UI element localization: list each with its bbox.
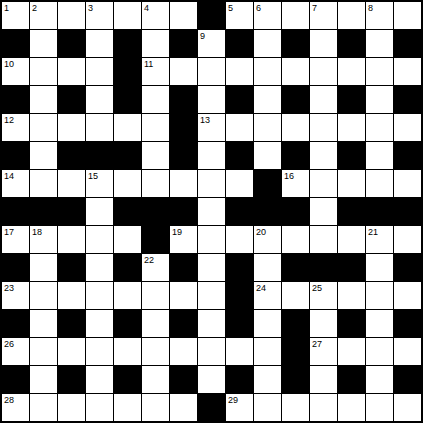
cell-r5c10[interactable] xyxy=(254,114,281,141)
cell-r11c11[interactable] xyxy=(282,282,309,309)
cell-r5c2[interactable] xyxy=(30,114,57,141)
cell-r4c15-black xyxy=(394,86,421,113)
cell-r11c5[interactable] xyxy=(114,282,141,309)
cell-r15c2[interactable] xyxy=(30,394,57,421)
cell-r6c14[interactable] xyxy=(366,142,393,169)
cell-r1c11[interactable] xyxy=(282,2,309,29)
cell-r14c11-black xyxy=(282,366,309,393)
cell-r12c10[interactable] xyxy=(254,310,281,337)
cell-r5c7-black xyxy=(170,114,197,141)
cell-r2c5-black xyxy=(114,30,141,57)
cell-r6c1-black xyxy=(2,142,29,169)
cell-r8c15-black xyxy=(394,198,421,225)
cell-r9c14[interactable]: 21 xyxy=(366,226,393,253)
cell-r14c6[interactable] xyxy=(142,366,169,393)
cell-r13c12[interactable]: 27 xyxy=(310,338,337,365)
cell-r14c5-black xyxy=(114,366,141,393)
clue-number-22: 22 xyxy=(144,254,154,266)
cell-r15c5[interactable] xyxy=(114,394,141,421)
cell-r1c12[interactable]: 7 xyxy=(310,2,337,29)
clue-number-1: 1 xyxy=(4,2,9,14)
cell-r10c9-black xyxy=(226,254,253,281)
cell-r11c3[interactable] xyxy=(58,282,85,309)
cell-r10c7-black xyxy=(170,254,197,281)
clue-number-17: 17 xyxy=(4,226,14,238)
cell-r2c10[interactable] xyxy=(254,30,281,57)
cell-r13c1[interactable]: 26 xyxy=(2,338,29,365)
cell-r9c3[interactable] xyxy=(58,226,85,253)
cell-r5c15[interactable] xyxy=(394,114,421,141)
clue-number-23: 23 xyxy=(4,282,14,294)
clue-number-18: 18 xyxy=(32,226,42,238)
cell-r13c14[interactable] xyxy=(366,338,393,365)
cell-r13c13[interactable] xyxy=(338,338,365,365)
cell-r3c6[interactable]: 11 xyxy=(142,58,169,85)
cell-r2c13-black xyxy=(338,30,365,57)
cell-r2c1-black xyxy=(2,30,29,57)
cell-r8c3-black xyxy=(58,198,85,225)
cell-r9c8[interactable] xyxy=(198,226,225,253)
clue-number-12: 12 xyxy=(4,114,14,126)
cell-r13c8[interactable] xyxy=(198,338,225,365)
cell-r9c7[interactable]: 19 xyxy=(170,226,197,253)
cell-r4c9-black xyxy=(226,86,253,113)
cell-r15c7[interactable] xyxy=(170,394,197,421)
clue-number-9: 9 xyxy=(200,30,205,42)
cell-r12c1-black xyxy=(2,310,29,337)
cell-r4c13-black xyxy=(338,86,365,113)
cell-r9c11[interactable] xyxy=(282,226,309,253)
cell-r12c12[interactable] xyxy=(310,310,337,337)
clue-number-24: 24 xyxy=(256,282,266,294)
cell-r8c2-black xyxy=(30,198,57,225)
cell-r11c14[interactable] xyxy=(366,282,393,309)
clue-number-26: 26 xyxy=(4,338,14,350)
cell-r4c12[interactable] xyxy=(310,86,337,113)
cell-r3c8[interactable] xyxy=(198,58,225,85)
cell-r14c3-black xyxy=(58,366,85,393)
cell-r5c5[interactable] xyxy=(114,114,141,141)
cell-r3c1[interactable]: 10 xyxy=(2,58,29,85)
cell-r5c14[interactable] xyxy=(366,114,393,141)
cell-r15c14[interactable] xyxy=(366,394,393,421)
cell-r4c4[interactable] xyxy=(86,86,113,113)
cell-r4c8[interactable] xyxy=(198,86,225,113)
cell-r14c15-black xyxy=(394,366,421,393)
cell-r4c14[interactable] xyxy=(366,86,393,113)
cell-r1c1[interactable]: 1 xyxy=(2,2,29,29)
cell-r13c15[interactable] xyxy=(394,338,421,365)
clue-number-8: 8 xyxy=(368,2,373,14)
cell-r12c4[interactable] xyxy=(86,310,113,337)
cell-r12c13-black xyxy=(338,310,365,337)
cell-r6c5-black xyxy=(114,142,141,169)
cell-r11c10[interactable]: 24 xyxy=(254,282,281,309)
clue-number-25: 25 xyxy=(312,282,322,294)
cell-r9c9[interactable] xyxy=(226,226,253,253)
cell-r14c2[interactable] xyxy=(30,366,57,393)
clue-number-2: 2 xyxy=(32,2,37,14)
cell-r6c9-black xyxy=(226,142,253,169)
cell-r9c12[interactable] xyxy=(310,226,337,253)
cell-r9c13[interactable] xyxy=(338,226,365,253)
cell-r15c9[interactable]: 29 xyxy=(226,394,253,421)
cell-r5c11[interactable] xyxy=(282,114,309,141)
cell-r8c7-black xyxy=(170,198,197,225)
cell-r10c8[interactable] xyxy=(198,254,225,281)
clue-number-21: 21 xyxy=(368,226,378,238)
cell-r8c8[interactable] xyxy=(198,198,225,225)
cell-r2c3-black xyxy=(58,30,85,57)
cell-r10c11-black xyxy=(282,254,309,281)
cell-r3c15[interactable] xyxy=(394,58,421,85)
cell-r10c6[interactable]: 22 xyxy=(142,254,169,281)
cell-r11c9-black xyxy=(226,282,253,309)
cell-r13c2[interactable] xyxy=(30,338,57,365)
cell-r9c5[interactable] xyxy=(114,226,141,253)
cell-r14c4[interactable] xyxy=(86,366,113,393)
cell-r13c9[interactable] xyxy=(226,338,253,365)
cell-r10c5-black xyxy=(114,254,141,281)
cell-r6c13-black xyxy=(338,142,365,169)
cell-r1c15[interactable] xyxy=(394,2,421,29)
cell-r3c3[interactable] xyxy=(58,58,85,85)
cell-r5c3[interactable] xyxy=(58,114,85,141)
cell-r6c12[interactable] xyxy=(310,142,337,169)
cell-r7c4[interactable]: 15 xyxy=(86,170,113,197)
cell-r3c9[interactable] xyxy=(226,58,253,85)
cell-r5c1[interactable]: 12 xyxy=(2,114,29,141)
cell-r2c6[interactable] xyxy=(142,30,169,57)
cell-r8c10-black xyxy=(254,198,281,225)
cell-r2c4[interactable] xyxy=(86,30,113,57)
cell-r7c7[interactable] xyxy=(170,170,197,197)
cell-r10c2[interactable] xyxy=(30,254,57,281)
cell-r8c4[interactable] xyxy=(86,198,113,225)
cell-r12c11-black xyxy=(282,310,309,337)
cell-r10c14[interactable] xyxy=(366,254,393,281)
cell-r4c7-black xyxy=(170,86,197,113)
cell-r8c14-black xyxy=(366,198,393,225)
cell-r1c10[interactable]: 6 xyxy=(254,2,281,29)
clue-number-27: 27 xyxy=(312,338,322,350)
cell-r9c15[interactable] xyxy=(394,226,421,253)
cell-r7c1[interactable]: 14 xyxy=(2,170,29,197)
cell-r8c6-black xyxy=(142,198,169,225)
cell-r9c2[interactable]: 18 xyxy=(30,226,57,253)
cell-r7c2[interactable] xyxy=(30,170,57,197)
cell-r13c4[interactable] xyxy=(86,338,113,365)
cell-r5c8[interactable]: 13 xyxy=(198,114,225,141)
cell-r7c13[interactable] xyxy=(338,170,365,197)
cell-r10c4[interactable] xyxy=(86,254,113,281)
cell-r7c12[interactable] xyxy=(310,170,337,197)
cell-r14c9-black xyxy=(226,366,253,393)
cell-r6c15-black xyxy=(394,142,421,169)
cell-r6c4-black xyxy=(86,142,113,169)
cell-r14c14[interactable] xyxy=(366,366,393,393)
cell-r6c6[interactable] xyxy=(142,142,169,169)
cell-r7c14[interactable] xyxy=(366,170,393,197)
cell-r1c13[interactable] xyxy=(338,2,365,29)
cell-r14c7-black xyxy=(170,366,197,393)
cell-r4c1-black xyxy=(2,86,29,113)
cell-r1c5[interactable] xyxy=(114,2,141,29)
cell-r2c8[interactable]: 9 xyxy=(198,30,225,57)
cell-r2c14[interactable] xyxy=(366,30,393,57)
cell-r11c1[interactable]: 23 xyxy=(2,282,29,309)
cell-r4c3-black xyxy=(58,86,85,113)
clue-number-7: 7 xyxy=(312,2,317,14)
cell-r7c11[interactable]: 16 xyxy=(282,170,309,197)
cell-r2c11-black xyxy=(282,30,309,57)
cell-r9c10[interactable]: 20 xyxy=(254,226,281,253)
cell-r6c11-black xyxy=(282,142,309,169)
cell-r12c7-black xyxy=(170,310,197,337)
cell-r3c4[interactable] xyxy=(86,58,113,85)
cell-r6c7-black xyxy=(170,142,197,169)
cell-r5c13[interactable] xyxy=(338,114,365,141)
cell-r15c12[interactable] xyxy=(310,394,337,421)
cell-r15c3[interactable] xyxy=(58,394,85,421)
cell-r11c6[interactable] xyxy=(142,282,169,309)
cell-r8c1-black xyxy=(2,198,29,225)
cell-r10c12-black xyxy=(310,254,337,281)
cell-r11c15[interactable] xyxy=(394,282,421,309)
cell-r7c5[interactable] xyxy=(114,170,141,197)
cell-r12c9-black xyxy=(226,310,253,337)
cell-r3c5-black xyxy=(114,58,141,85)
crossword-grid: 1234567891011121314151617181920212223242… xyxy=(0,0,423,423)
cell-r15c4[interactable] xyxy=(86,394,113,421)
cell-r15c1[interactable]: 28 xyxy=(2,394,29,421)
cell-r12c2[interactable] xyxy=(30,310,57,337)
cell-r3c12[interactable] xyxy=(310,58,337,85)
cell-r6c8[interactable] xyxy=(198,142,225,169)
cell-r12c5-black xyxy=(114,310,141,337)
cell-r14c8[interactable] xyxy=(198,366,225,393)
cell-r2c12[interactable] xyxy=(310,30,337,57)
cell-r12c8[interactable] xyxy=(198,310,225,337)
cell-r1c8-black xyxy=(198,2,225,29)
cell-r3c14[interactable] xyxy=(366,58,393,85)
clue-number-4: 4 xyxy=(144,2,149,14)
cell-r13c3[interactable] xyxy=(58,338,85,365)
clue-number-6: 6 xyxy=(256,2,261,14)
clue-number-14: 14 xyxy=(4,170,14,182)
cell-r4c2[interactable] xyxy=(30,86,57,113)
clue-number-15: 15 xyxy=(88,170,98,182)
cell-r4c6[interactable] xyxy=(142,86,169,113)
cell-r9c6-black xyxy=(142,226,169,253)
cell-r2c2[interactable] xyxy=(30,30,57,57)
cell-r2c9-black xyxy=(226,30,253,57)
cell-r1c3[interactable] xyxy=(58,2,85,29)
cell-r7c3[interactable] xyxy=(58,170,85,197)
cell-r1c7[interactable] xyxy=(170,2,197,29)
cell-r5c6[interactable] xyxy=(142,114,169,141)
cell-r13c6[interactable] xyxy=(142,338,169,365)
cell-r15c6[interactable] xyxy=(142,394,169,421)
clue-number-5: 5 xyxy=(228,2,233,14)
cell-r10c13-black xyxy=(338,254,365,281)
cell-r1c14[interactable]: 8 xyxy=(366,2,393,29)
cell-r12c15-black xyxy=(394,310,421,337)
cell-r14c13-black xyxy=(338,366,365,393)
clue-number-28: 28 xyxy=(4,394,14,406)
cell-r2c15-black xyxy=(394,30,421,57)
cell-r6c10[interactable] xyxy=(254,142,281,169)
cell-r9c1[interactable]: 17 xyxy=(2,226,29,253)
cell-r1c6[interactable]: 4 xyxy=(142,2,169,29)
cell-r5c12[interactable] xyxy=(310,114,337,141)
clue-number-11: 11 xyxy=(144,58,153,70)
clue-number-20: 20 xyxy=(256,226,266,238)
cell-r3c10[interactable] xyxy=(254,58,281,85)
cell-r15c10[interactable] xyxy=(254,394,281,421)
cell-r11c12[interactable]: 25 xyxy=(310,282,337,309)
cell-r4c10[interactable] xyxy=(254,86,281,113)
cell-r11c2[interactable] xyxy=(30,282,57,309)
cell-r14c10[interactable] xyxy=(254,366,281,393)
cell-r15c8-black xyxy=(198,394,225,421)
cell-r15c11[interactable] xyxy=(282,394,309,421)
cell-r7c6[interactable] xyxy=(142,170,169,197)
cell-r13c7[interactable] xyxy=(170,338,197,365)
clue-number-29: 29 xyxy=(228,394,238,406)
cell-r10c1-black xyxy=(2,254,29,281)
cell-r3c2[interactable] xyxy=(30,58,57,85)
cell-r11c13[interactable] xyxy=(338,282,365,309)
cell-r11c8[interactable] xyxy=(198,282,225,309)
clue-number-19: 19 xyxy=(172,226,182,238)
clue-number-3: 3 xyxy=(88,2,93,14)
cell-r12c14[interactable] xyxy=(366,310,393,337)
cell-r6c2[interactable] xyxy=(30,142,57,169)
clue-number-10: 10 xyxy=(4,58,14,70)
cell-r3c11[interactable] xyxy=(282,58,309,85)
cell-r5c9[interactable] xyxy=(226,114,253,141)
cell-r13c10[interactable] xyxy=(254,338,281,365)
cell-r15c13[interactable] xyxy=(338,394,365,421)
cell-r14c1-black xyxy=(2,366,29,393)
clue-number-13: 13 xyxy=(200,114,210,126)
cell-r8c11-black xyxy=(282,198,309,225)
cell-r13c11-black xyxy=(282,338,309,365)
cell-r11c4[interactable] xyxy=(86,282,113,309)
cell-r4c11-black xyxy=(282,86,309,113)
cell-r3c13[interactable] xyxy=(338,58,365,85)
cell-r3c7[interactable] xyxy=(170,58,197,85)
cell-r9c4[interactable] xyxy=(86,226,113,253)
cell-r8c9-black xyxy=(226,198,253,225)
cell-r15c15[interactable] xyxy=(394,394,421,421)
cell-r8c12[interactable] xyxy=(310,198,337,225)
cell-r7c8[interactable] xyxy=(198,170,225,197)
cell-r14c12[interactable] xyxy=(310,366,337,393)
cell-r1c9[interactable]: 5 xyxy=(226,2,253,29)
cell-r7c9[interactable] xyxy=(226,170,253,197)
clue-number-16: 16 xyxy=(284,170,294,182)
cell-r1c4[interactable]: 3 xyxy=(86,2,113,29)
cell-r12c3-black xyxy=(58,310,85,337)
cell-r13c5[interactable] xyxy=(114,338,141,365)
cell-r10c10[interactable] xyxy=(254,254,281,281)
cell-r10c3-black xyxy=(58,254,85,281)
cell-r6c3-black xyxy=(58,142,85,169)
cell-r8c5-black xyxy=(114,198,141,225)
cell-r8c13-black xyxy=(338,198,365,225)
cell-r12c6[interactable] xyxy=(142,310,169,337)
cell-r7c15[interactable] xyxy=(394,170,421,197)
cell-r4c5-black xyxy=(114,86,141,113)
cell-r11c7[interactable] xyxy=(170,282,197,309)
cell-r7c10-black xyxy=(254,170,281,197)
cell-r10c15-black xyxy=(394,254,421,281)
cell-r5c4[interactable] xyxy=(86,114,113,141)
cell-r1c2[interactable]: 2 xyxy=(30,2,57,29)
cell-r2c7-black xyxy=(170,30,197,57)
